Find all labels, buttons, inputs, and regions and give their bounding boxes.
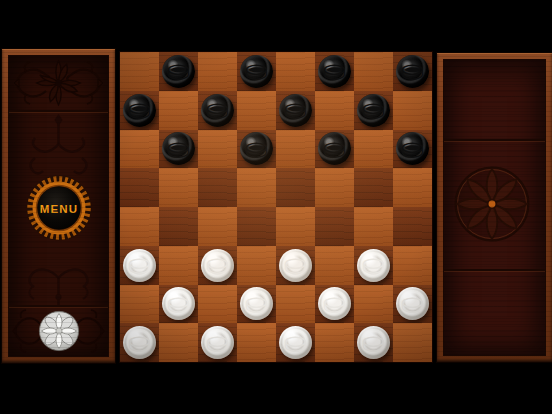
white-piece[interactable]: ⛀ (279, 326, 312, 359)
square-r6c4[interactable] (237, 246, 276, 285)
square-r8c8[interactable] (393, 323, 432, 362)
square-r1c3[interactable] (198, 52, 237, 91)
left-panel-inner: MENU (9, 56, 108, 356)
black-piece[interactable]: ⛂ (123, 94, 156, 127)
square-r6c1[interactable]: ⛀ (120, 246, 159, 285)
white-piece[interactable]: ⛀ (162, 287, 195, 320)
square-r4c8[interactable] (393, 168, 432, 207)
square-r7c6[interactable]: ⛀ (315, 285, 354, 324)
black-piece[interactable]: ⛂ (279, 94, 312, 127)
square-r3c1[interactable] (120, 130, 159, 169)
square-r8c1[interactable]: ⛀ (120, 323, 159, 362)
white-piece[interactable]: ⛀ (357, 326, 390, 359)
right-wood-panel (437, 53, 552, 362)
square-r5c1[interactable] (120, 207, 159, 246)
right-panel-inner (444, 60, 545, 355)
right-panel-divider-bottom (444, 269, 545, 271)
square-r3c5[interactable] (276, 130, 315, 169)
floral-scroll-ornament-icon (12, 58, 105, 108)
square-r5c5[interactable] (276, 207, 315, 246)
square-r6c8[interactable] (393, 246, 432, 285)
square-r3c8[interactable]: ⛂ (393, 130, 432, 169)
black-piece[interactable]: ⛂ (240, 55, 273, 88)
square-r2c6[interactable] (315, 91, 354, 130)
square-r5c6[interactable] (315, 207, 354, 246)
black-piece[interactable]: ⛂ (396, 132, 429, 165)
square-r5c2[interactable] (159, 207, 198, 246)
square-r7c2[interactable]: ⛀ (159, 285, 198, 324)
square-r7c5[interactable] (276, 285, 315, 324)
square-r8c2[interactable] (159, 323, 198, 362)
square-r4c5[interactable] (276, 168, 315, 207)
square-r1c6[interactable]: ⛂ (315, 52, 354, 91)
square-r2c3[interactable]: ⛂ (198, 91, 237, 130)
square-r5c4[interactable] (237, 207, 276, 246)
black-piece[interactable]: ⛂ (357, 94, 390, 127)
square-r3c4[interactable]: ⛂ (237, 130, 276, 169)
square-r3c2[interactable]: ⛂ (159, 130, 198, 169)
white-piece[interactable]: ⛀ (201, 326, 234, 359)
square-r1c2[interactable]: ⛂ (159, 52, 198, 91)
square-r4c1[interactable] (120, 168, 159, 207)
square-r7c7[interactable] (354, 285, 393, 324)
square-r3c6[interactable]: ⛂ (315, 130, 354, 169)
square-r5c8[interactable] (393, 207, 432, 246)
square-r1c5[interactable] (276, 52, 315, 91)
white-piece[interactable]: ⛀ (396, 287, 429, 320)
board: ⛂⛂⛂⛂⛂⛂⛂⛂⛂⛂⛂⛂⛀⛀⛀⛀⛀⛀⛀⛀⛀⛀⛀⛀ (120, 52, 432, 362)
silver-flower-emblem-icon (38, 310, 80, 352)
square-r6c7[interactable]: ⛀ (354, 246, 393, 285)
square-r8c7[interactable]: ⛀ (354, 323, 393, 362)
white-piece[interactable]: ⛀ (318, 287, 351, 320)
square-r2c5[interactable]: ⛂ (276, 91, 315, 130)
menu-button-label: MENU (39, 203, 78, 215)
square-r7c1[interactable] (120, 285, 159, 324)
square-r1c8[interactable]: ⛂ (393, 52, 432, 91)
square-r4c2[interactable] (159, 168, 198, 207)
gear-icon: MENU (26, 175, 92, 241)
right-panel-divider-top (444, 139, 545, 141)
square-r4c3[interactable] (198, 168, 237, 207)
square-r2c7[interactable]: ⛂ (354, 91, 393, 130)
square-r6c3[interactable]: ⛀ (198, 246, 237, 285)
square-r1c7[interactable] (354, 52, 393, 91)
menu-button[interactable]: MENU (26, 175, 92, 241)
square-r4c6[interactable] (315, 168, 354, 207)
white-piece[interactable]: ⛀ (123, 249, 156, 282)
square-r6c6[interactable] (315, 246, 354, 285)
black-piece[interactable]: ⛂ (240, 132, 273, 165)
square-r7c3[interactable] (198, 285, 237, 324)
square-r7c4[interactable]: ⛀ (237, 285, 276, 324)
black-piece[interactable]: ⛂ (162, 55, 195, 88)
white-piece[interactable]: ⛀ (240, 287, 273, 320)
white-piece[interactable]: ⛀ (123, 326, 156, 359)
game-screen: MENU (0, 0, 552, 414)
black-piece[interactable]: ⛂ (162, 132, 195, 165)
square-r3c7[interactable] (354, 130, 393, 169)
square-r4c7[interactable] (354, 168, 393, 207)
square-r5c3[interactable] (198, 207, 237, 246)
white-piece[interactable]: ⛀ (357, 249, 390, 282)
square-r8c4[interactable] (237, 323, 276, 362)
square-r5c7[interactable] (354, 207, 393, 246)
black-piece[interactable]: ⛂ (318, 55, 351, 88)
square-r6c2[interactable] (159, 246, 198, 285)
black-piece[interactable]: ⛂ (201, 94, 234, 127)
square-r8c6[interactable] (315, 323, 354, 362)
black-piece[interactable]: ⛂ (318, 132, 351, 165)
left-wood-panel: MENU (2, 49, 115, 363)
carved-rosette-icon (452, 164, 532, 244)
black-piece[interactable]: ⛂ (396, 55, 429, 88)
square-r4c4[interactable] (237, 168, 276, 207)
square-r3c3[interactable] (198, 130, 237, 169)
square-r2c1[interactable]: ⛂ (120, 91, 159, 130)
white-piece[interactable]: ⛀ (279, 249, 312, 282)
square-r2c2[interactable] (159, 91, 198, 130)
square-r7c8[interactable]: ⛀ (393, 285, 432, 324)
square-r1c4[interactable]: ⛂ (237, 52, 276, 91)
square-r1c1[interactable] (120, 52, 159, 91)
left-panel-divider-top (9, 110, 108, 112)
square-r8c3[interactable]: ⛀ (198, 323, 237, 362)
square-r2c8[interactable] (393, 91, 432, 130)
square-r8c5[interactable]: ⛀ (276, 323, 315, 362)
square-r2c4[interactable] (237, 91, 276, 130)
board-wrap: ⛂⛂⛂⛂⛂⛂⛂⛂⛂⛂⛂⛂⛀⛀⛀⛀⛀⛀⛀⛀⛀⛀⛀⛀ (120, 52, 432, 362)
white-piece[interactable]: ⛀ (201, 249, 234, 282)
square-r6c5[interactable]: ⛀ (276, 246, 315, 285)
left-panel-divider-bottom (9, 305, 108, 307)
